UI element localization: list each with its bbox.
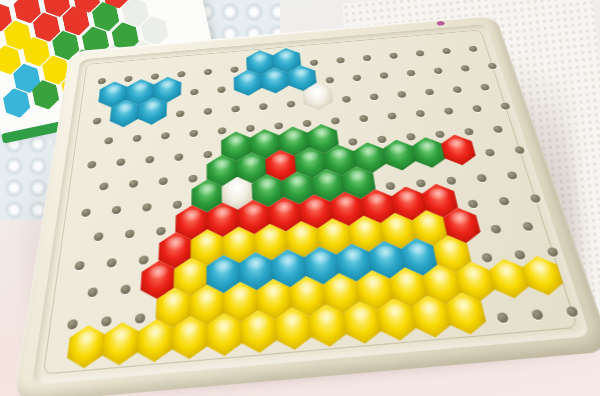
peg-hole	[452, 86, 462, 93]
peg-hole	[498, 197, 510, 206]
peg-hole	[246, 125, 255, 133]
peg-hole	[496, 312, 509, 323]
peg-hole	[259, 103, 268, 110]
peg-hole	[217, 86, 225, 93]
peg-hole	[87, 160, 97, 168]
peg-hole	[489, 224, 501, 233]
scene	[0, 0, 600, 396]
peg-hole	[99, 182, 109, 190]
red-peg[interactable]	[438, 133, 479, 166]
peg-hole	[514, 146, 525, 154]
peg-hole	[441, 48, 451, 55]
peg-hole	[172, 200, 181, 209]
peg-hole	[74, 260, 85, 270]
peg-hole	[203, 150, 212, 158]
peg-hole	[150, 73, 158, 80]
peg-hole	[302, 120, 311, 127]
peg-hole	[379, 72, 388, 79]
peg-hole	[385, 181, 396, 190]
peg-hole	[100, 316, 111, 327]
peg-hole	[309, 59, 318, 66]
peg-hole	[188, 175, 197, 183]
peg-hole	[138, 255, 148, 265]
peg-hole	[106, 258, 116, 268]
peg-hole	[177, 71, 185, 78]
peg-hole	[175, 110, 184, 117]
peg-hole	[352, 75, 361, 82]
peg-hole	[506, 171, 517, 179]
peg-hole	[158, 177, 167, 185]
peg-hole	[274, 122, 283, 130]
peg-hole	[480, 253, 492, 263]
peg-hole	[546, 247, 559, 257]
rim-screw-dot	[436, 21, 445, 26]
yellow-peg[interactable]	[64, 323, 108, 369]
peg-hole	[124, 75, 133, 82]
peg-hole	[376, 135, 386, 143]
peg-hole	[387, 112, 397, 119]
peg-hole	[145, 155, 154, 163]
peg-hole	[484, 149, 495, 157]
peg-hole	[142, 203, 152, 212]
peg-hole	[203, 108, 211, 115]
peg-hole	[132, 135, 141, 143]
peg-hole	[479, 83, 489, 90]
peg-hole	[530, 309, 543, 320]
board-face	[32, 24, 591, 385]
peg-hole	[521, 221, 533, 230]
peg-hole	[500, 102, 511, 109]
peg-hole	[231, 105, 239, 112]
peg-hole	[120, 284, 131, 294]
peg-hole	[230, 66, 238, 73]
peg-hole	[286, 100, 295, 107]
peg-hole	[156, 227, 166, 236]
peg-hole	[111, 205, 121, 214]
peg-hole	[161, 132, 170, 140]
peg-hole	[336, 57, 345, 64]
peg-hole	[460, 65, 470, 72]
yellow-peg[interactable]	[99, 321, 141, 367]
peg-hole	[217, 127, 226, 135]
peg-hole	[471, 105, 481, 112]
green-peg[interactable]	[380, 138, 420, 172]
peg-hole	[325, 77, 334, 84]
board-rim	[12, 15, 600, 396]
peg-hole	[128, 180, 137, 188]
peg-hole	[415, 110, 425, 117]
peg-hole	[406, 70, 416, 77]
peg-hole	[445, 176, 456, 184]
peg-hole	[467, 200, 478, 209]
peg-hole	[369, 93, 378, 100]
peg-hole	[66, 319, 77, 330]
peg-hole	[134, 313, 145, 324]
peg-hole	[463, 128, 474, 136]
peg-hole	[415, 50, 424, 57]
green-peg[interactable]	[409, 136, 449, 170]
peg-hole	[97, 78, 106, 85]
peg-hole	[330, 117, 339, 124]
peg-hole	[348, 138, 358, 146]
peg-hole	[433, 67, 443, 74]
pegboard	[12, 15, 600, 396]
peg-hole	[397, 91, 407, 98]
peg-hole	[174, 153, 183, 161]
peg-hole	[468, 45, 478, 51]
peg-hole	[487, 63, 497, 70]
peg-hole	[87, 287, 98, 297]
peg-hole	[434, 130, 444, 138]
peg-hole	[189, 130, 198, 138]
peg-hole	[529, 194, 541, 203]
peg-hole	[388, 52, 397, 59]
peg-hole	[415, 179, 426, 188]
yellow-peg[interactable]	[518, 254, 568, 297]
peg-hole	[424, 88, 434, 95]
peg-hole	[476, 173, 487, 181]
peg-hole	[190, 89, 198, 96]
peg-hole	[104, 137, 113, 145]
peg-hole	[341, 95, 350, 102]
peg-hole	[565, 306, 579, 317]
peg-hole	[405, 133, 415, 141]
peg-hole	[358, 115, 368, 122]
peg-hole	[92, 117, 101, 124]
peg-hole	[204, 68, 212, 75]
peg-hole	[443, 107, 453, 114]
peg-hole	[362, 54, 371, 61]
peg-hole	[93, 232, 103, 241]
peg-hole	[513, 250, 525, 260]
peg-hole	[81, 208, 91, 217]
peg-hole	[116, 158, 125, 166]
peg-hole	[492, 125, 503, 133]
peg-hole	[124, 229, 134, 238]
